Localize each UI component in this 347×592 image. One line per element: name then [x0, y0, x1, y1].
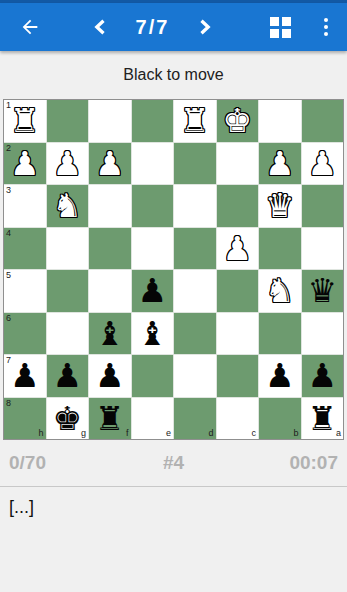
piece-black-bishop[interactable]: ♝ — [95, 317, 125, 350]
piece-white-pawn[interactable]: ♟ — [307, 147, 337, 180]
rank-label-4: 4 — [6, 228, 11, 239]
square-f3[interactable] — [89, 185, 131, 227]
square-b6[interactable] — [259, 313, 301, 355]
square-f2[interactable]: ♟ — [89, 143, 131, 185]
square-a6[interactable] — [302, 313, 344, 355]
square-c5[interactable] — [217, 270, 259, 312]
piece-black-pawn[interactable]: ♟ — [52, 359, 82, 392]
square-d1[interactable]: ♜ — [174, 100, 216, 142]
square-h4[interactable]: 4 — [4, 228, 46, 270]
square-h5[interactable]: 5 — [4, 270, 46, 312]
square-h2[interactable]: 2♟ — [4, 143, 46, 185]
rank-label-2: 2 — [6, 143, 11, 154]
prev-puzzle-button[interactable] — [88, 14, 114, 40]
next-puzzle-button[interactable] — [191, 14, 217, 40]
file-label-h: h — [38, 428, 43, 439]
square-b4[interactable] — [259, 228, 301, 270]
square-h6[interactable]: 6 — [4, 313, 46, 355]
square-a2[interactable]: ♟ — [302, 143, 344, 185]
back-button[interactable] — [10, 7, 50, 47]
piece-white-king[interactable]: ♚ — [222, 104, 252, 137]
turn-indicator-text: Black to move — [123, 66, 223, 84]
puzzle-list-button[interactable] — [261, 8, 299, 46]
square-c6[interactable] — [217, 313, 259, 355]
kebab-menu-icon — [324, 18, 328, 22]
piece-white-knight[interactable]: ♞ — [265, 274, 295, 307]
square-g8[interactable]: g♚ — [47, 398, 89, 440]
square-f7[interactable]: ♟ — [89, 355, 131, 397]
square-a1[interactable] — [302, 100, 344, 142]
move-list-placeholder: [...] — [9, 497, 34, 517]
piece-white-pawn[interactable]: ♟ — [95, 147, 125, 180]
piece-white-queen[interactable]: ♛ — [265, 189, 295, 222]
square-h3[interactable]: 3 — [4, 185, 46, 227]
square-b1[interactable] — [259, 100, 301, 142]
square-b3[interactable]: ♛ — [259, 185, 301, 227]
file-label-d: d — [208, 428, 213, 439]
square-f5[interactable] — [89, 270, 131, 312]
square-g4[interactable] — [47, 228, 89, 270]
move-list-area: [...] — [0, 487, 347, 528]
square-c1[interactable]: ♚ — [217, 100, 259, 142]
square-d8[interactable]: d — [174, 398, 216, 440]
puzzle-number: #4 — [0, 452, 347, 474]
square-f4[interactable] — [89, 228, 131, 270]
square-e6[interactable]: ♝ — [132, 313, 174, 355]
piece-black-pawn[interactable]: ♟ — [307, 359, 337, 392]
square-c7[interactable] — [217, 355, 259, 397]
piece-black-bishop[interactable]: ♝ — [137, 317, 167, 350]
square-c2[interactable] — [217, 143, 259, 185]
square-a3[interactable] — [302, 185, 344, 227]
square-e4[interactable] — [132, 228, 174, 270]
rank-label-7: 7 — [6, 355, 11, 366]
square-g2[interactable]: ♟ — [47, 143, 89, 185]
stats-bar: 0/70 #4 00:07 — [0, 440, 347, 487]
overflow-menu-button[interactable] — [311, 8, 341, 46]
chevron-left-icon — [91, 17, 111, 37]
square-a7[interactable]: ♟ — [302, 355, 344, 397]
square-a5[interactable]: ♛ — [302, 270, 344, 312]
square-e8[interactable]: e — [132, 398, 174, 440]
grid-icon — [270, 17, 279, 26]
piece-black-queen[interactable]: ♛ — [307, 274, 337, 307]
square-h1[interactable]: 1♜ — [4, 100, 46, 142]
piece-black-king[interactable]: ♚ — [52, 402, 82, 435]
square-d2[interactable] — [174, 143, 216, 185]
square-f6[interactable]: ♝ — [89, 313, 131, 355]
rank-label-5: 5 — [6, 270, 11, 281]
piece-white-rook[interactable]: ♜ — [10, 104, 40, 137]
square-f8[interactable]: f♜ — [89, 398, 131, 440]
square-d5[interactable] — [174, 270, 216, 312]
chevron-right-icon — [194, 17, 214, 37]
file-label-f: f — [126, 428, 129, 439]
square-b2[interactable]: ♟ — [259, 143, 301, 185]
square-d6[interactable] — [174, 313, 216, 355]
rank-label-8: 8 — [6, 398, 11, 409]
piece-white-pawn[interactable]: ♟ — [222, 232, 252, 265]
square-g1[interactable] — [47, 100, 89, 142]
square-c4[interactable]: ♟ — [217, 228, 259, 270]
piece-white-pawn[interactable]: ♟ — [265, 147, 295, 180]
square-c8[interactable]: c — [217, 398, 259, 440]
piece-black-pawn[interactable]: ♟ — [265, 359, 295, 392]
chess-board[interactable]: 1♜♜♚2♟♟♟♟♟3♞♛4♟5♟♞♛6♝♝7♟♟♟♟♟8hg♚f♜edcba♜ — [3, 99, 344, 440]
square-g3[interactable]: ♞ — [47, 185, 89, 227]
rank-label-3: 3 — [6, 185, 11, 196]
square-b8[interactable]: b — [259, 398, 301, 440]
square-a8[interactable]: a♜ — [302, 398, 344, 440]
puzzle-position-indicator: 7/7 — [136, 16, 170, 39]
square-e2[interactable] — [132, 143, 174, 185]
piece-white-pawn[interactable]: ♟ — [10, 147, 40, 180]
file-label-e: e — [166, 428, 171, 439]
square-b7[interactable]: ♟ — [259, 355, 301, 397]
square-g6[interactable] — [47, 313, 89, 355]
square-e1[interactable] — [132, 100, 174, 142]
square-b5[interactable]: ♞ — [259, 270, 301, 312]
square-d7[interactable] — [174, 355, 216, 397]
square-g5[interactable] — [47, 270, 89, 312]
piece-black-rook[interactable]: ♜ — [95, 402, 125, 435]
square-e3[interactable] — [132, 185, 174, 227]
rank-label-1: 1 — [6, 100, 11, 111]
piece-black-pawn[interactable]: ♟ — [10, 359, 40, 392]
square-e5[interactable]: ♟ — [132, 270, 174, 312]
piece-black-pawn[interactable]: ♟ — [95, 359, 125, 392]
square-d3[interactable] — [174, 185, 216, 227]
file-label-b: b — [293, 428, 298, 439]
piece-white-pawn[interactable]: ♟ — [52, 147, 82, 180]
square-h8[interactable]: 8h — [4, 398, 46, 440]
square-f1[interactable] — [89, 100, 131, 142]
square-a4[interactable] — [302, 228, 344, 270]
piece-black-rook[interactable]: ♜ — [307, 402, 337, 435]
piece-white-knight[interactable]: ♞ — [52, 189, 82, 222]
file-label-c: c — [252, 428, 257, 439]
square-g7[interactable]: ♟ — [47, 355, 89, 397]
square-h7[interactable]: 7♟ — [4, 355, 46, 397]
file-label-g: g — [81, 428, 86, 439]
piece-black-pawn[interactable]: ♟ — [137, 274, 167, 307]
square-c3[interactable] — [217, 185, 259, 227]
square-d4[interactable] — [174, 228, 216, 270]
rank-label-6: 6 — [6, 313, 11, 324]
piece-white-rook[interactable]: ♜ — [180, 104, 210, 137]
file-label-a: a — [336, 428, 341, 439]
app-bar: 7/7 — [0, 3, 347, 51]
square-e7[interactable] — [132, 355, 174, 397]
turn-indicator-bar: Black to move — [0, 51, 347, 99]
arrow-back-icon — [19, 16, 41, 38]
